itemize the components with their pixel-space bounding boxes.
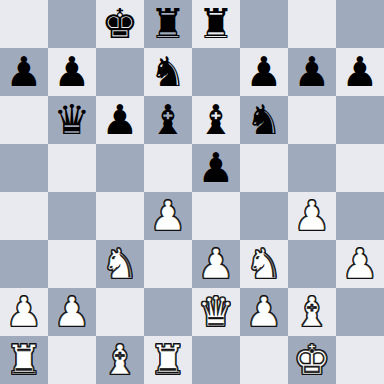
square-g8[interactable]: [288, 0, 336, 48]
square-c5[interactable]: [96, 144, 144, 192]
square-h8[interactable]: [336, 0, 384, 48]
square-a8[interactable]: [0, 0, 48, 48]
black-pawn[interactable]: ♟: [246, 48, 283, 96]
square-f8[interactable]: [240, 0, 288, 48]
square-h3[interactable]: ♟: [336, 240, 384, 288]
black-pawn[interactable]: ♟: [102, 96, 139, 144]
square-b5[interactable]: [48, 144, 96, 192]
square-h1[interactable]: [336, 336, 384, 384]
square-d2[interactable]: [144, 288, 192, 336]
white-knight[interactable]: ♞: [246, 240, 283, 288]
square-b1[interactable]: [48, 336, 96, 384]
black-pawn[interactable]: ♟: [198, 144, 235, 192]
white-pawn[interactable]: ♟: [198, 240, 235, 288]
square-f3[interactable]: ♞: [240, 240, 288, 288]
square-b4[interactable]: [48, 192, 96, 240]
white-pawn[interactable]: ♟: [54, 288, 91, 336]
black-pawn[interactable]: ♟: [294, 48, 331, 96]
square-d1[interactable]: ♜: [144, 336, 192, 384]
white-pawn[interactable]: ♟: [150, 192, 187, 240]
square-a1[interactable]: ♜: [0, 336, 48, 384]
white-pawn[interactable]: ♟: [6, 288, 43, 336]
square-a3[interactable]: [0, 240, 48, 288]
square-d5[interactable]: [144, 144, 192, 192]
square-h7[interactable]: ♟: [336, 48, 384, 96]
square-c7[interactable]: [96, 48, 144, 96]
square-c2[interactable]: [96, 288, 144, 336]
black-bishop[interactable]: ♝: [150, 96, 187, 144]
square-h4[interactable]: [336, 192, 384, 240]
square-g7[interactable]: ♟: [288, 48, 336, 96]
square-c3[interactable]: ♞: [96, 240, 144, 288]
white-queen[interactable]: ♛: [198, 288, 235, 336]
square-d3[interactable]: [144, 240, 192, 288]
white-rook[interactable]: ♜: [6, 336, 43, 384]
square-c8[interactable]: ♚: [96, 0, 144, 48]
square-e5[interactable]: ♟: [192, 144, 240, 192]
black-king[interactable]: ♚: [102, 0, 139, 48]
square-d8[interactable]: ♜: [144, 0, 192, 48]
white-rook[interactable]: ♜: [150, 336, 187, 384]
square-d4[interactable]: ♟: [144, 192, 192, 240]
square-h6[interactable]: [336, 96, 384, 144]
square-b8[interactable]: [48, 0, 96, 48]
white-bishop[interactable]: ♝: [294, 288, 331, 336]
black-knight[interactable]: ♞: [246, 96, 283, 144]
black-bishop[interactable]: ♝: [198, 96, 235, 144]
square-a6[interactable]: [0, 96, 48, 144]
square-g6[interactable]: [288, 96, 336, 144]
square-f2[interactable]: ♟: [240, 288, 288, 336]
square-a5[interactable]: [0, 144, 48, 192]
chess-board: ♚♜♜♟♟♞♟♟♟♛♟♝♝♞♟♟♟♞♟♞♟♟♟♛♟♝♜♝♜♚: [0, 0, 384, 384]
square-c1[interactable]: ♝: [96, 336, 144, 384]
square-b6[interactable]: ♛: [48, 96, 96, 144]
square-c6[interactable]: ♟: [96, 96, 144, 144]
square-d7[interactable]: ♞: [144, 48, 192, 96]
square-c4[interactable]: [96, 192, 144, 240]
square-g1[interactable]: ♚: [288, 336, 336, 384]
black-queen[interactable]: ♛: [54, 96, 91, 144]
black-rook[interactable]: ♜: [150, 0, 187, 48]
black-knight[interactable]: ♞: [150, 48, 187, 96]
square-e3[interactable]: ♟: [192, 240, 240, 288]
square-f5[interactable]: [240, 144, 288, 192]
black-pawn[interactable]: ♟: [342, 48, 379, 96]
black-pawn[interactable]: ♟: [54, 48, 91, 96]
square-g3[interactable]: [288, 240, 336, 288]
square-f4[interactable]: [240, 192, 288, 240]
square-h2[interactable]: [336, 288, 384, 336]
white-pawn[interactable]: ♟: [342, 240, 379, 288]
square-a2[interactable]: ♟: [0, 288, 48, 336]
square-f1[interactable]: [240, 336, 288, 384]
square-g4[interactable]: ♟: [288, 192, 336, 240]
square-h5[interactable]: [336, 144, 384, 192]
square-b7[interactable]: ♟: [48, 48, 96, 96]
square-b2[interactable]: ♟: [48, 288, 96, 336]
square-d6[interactable]: ♝: [144, 96, 192, 144]
white-king[interactable]: ♚: [294, 336, 331, 384]
chess-board-container: ♚♜♜♟♟♞♟♟♟♛♟♝♝♞♟♟♟♞♟♞♟♟♟♛♟♝♜♝♜♚: [0, 0, 384, 384]
square-a4[interactable]: [0, 192, 48, 240]
square-g2[interactable]: ♝: [288, 288, 336, 336]
square-e6[interactable]: ♝: [192, 96, 240, 144]
square-g5[interactable]: [288, 144, 336, 192]
black-pawn[interactable]: ♟: [6, 48, 43, 96]
white-bishop[interactable]: ♝: [102, 336, 139, 384]
square-e8[interactable]: ♜: [192, 0, 240, 48]
white-pawn[interactable]: ♟: [246, 288, 283, 336]
square-e1[interactable]: [192, 336, 240, 384]
square-b3[interactable]: [48, 240, 96, 288]
square-e2[interactable]: ♛: [192, 288, 240, 336]
square-f7[interactable]: ♟: [240, 48, 288, 96]
black-rook[interactable]: ♜: [198, 0, 235, 48]
square-e4[interactable]: [192, 192, 240, 240]
square-a7[interactable]: ♟: [0, 48, 48, 96]
white-knight[interactable]: ♞: [102, 240, 139, 288]
white-pawn[interactable]: ♟: [294, 192, 331, 240]
square-e7[interactable]: [192, 48, 240, 96]
square-f6[interactable]: ♞: [240, 96, 288, 144]
